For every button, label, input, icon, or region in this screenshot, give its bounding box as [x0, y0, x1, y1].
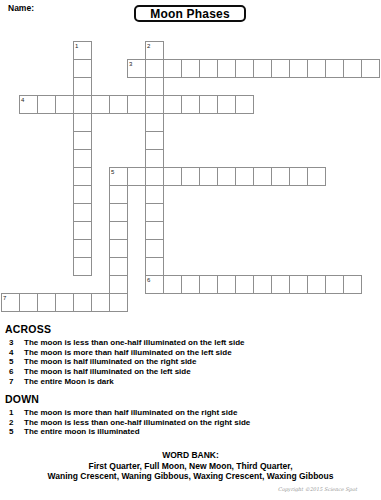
grid-cell[interactable]: [163, 275, 182, 294]
across-header: ACROSS: [5, 323, 244, 335]
grid-cell[interactable]: [217, 275, 236, 294]
grid-cell[interactable]: [145, 185, 164, 204]
grid-cell[interactable]: [181, 95, 200, 114]
word-bank-line-2: Waning Crescent, Waning Gibbous, Waxing …: [0, 471, 381, 481]
grid-cell[interactable]: [181, 167, 200, 186]
down-clues-section: DOWN 1The moon is more than half illumin…: [5, 393, 250, 437]
grid-cell[interactable]: [127, 95, 146, 114]
clue-text: The moon is more than half illuminated o…: [24, 408, 237, 418]
grid-cell[interactable]: [145, 239, 164, 258]
clue-number: 5: [5, 427, 24, 437]
grid-cell[interactable]: [235, 59, 254, 78]
copyright-footer: Copyright ©2015 Science Spot: [278, 487, 357, 492]
grid-cell[interactable]: [199, 167, 218, 186]
grid-cell[interactable]: [325, 59, 344, 78]
grid-cell[interactable]: [145, 95, 164, 114]
grid-cell[interactable]: [73, 77, 92, 96]
grid-cell[interactable]: [109, 221, 128, 240]
grid-cell[interactable]: [235, 275, 254, 294]
grid-cell[interactable]: [73, 293, 92, 312]
clue-text: The moon is half illuminated on the righ…: [24, 357, 196, 367]
cell-number: 3: [129, 61, 132, 67]
grid-cell[interactable]: [109, 203, 128, 222]
grid-cell[interactable]: [253, 59, 272, 78]
grid-cell[interactable]: [235, 167, 254, 186]
cell-number: 6: [147, 277, 150, 283]
grid-cell[interactable]: [73, 185, 92, 204]
word-bank: WORD BANK: First Quarter, Full Moon, New…: [0, 450, 381, 481]
cell-number: 5: [111, 169, 114, 175]
title-box: Moon Phases: [134, 5, 246, 22]
grid-cell[interactable]: [253, 167, 272, 186]
grid-cell[interactable]: [289, 167, 308, 186]
clue-row: 1The moon is more than half illuminated …: [5, 408, 250, 418]
grid-cell[interactable]: [217, 59, 236, 78]
grid-cell[interactable]: [73, 95, 92, 114]
across-clues-section: ACROSS 3The moon is less than one-half i…: [5, 323, 244, 387]
grid-cell[interactable]: [271, 275, 290, 294]
grid-cell[interactable]: [361, 59, 380, 78]
grid-cell[interactable]: [289, 59, 308, 78]
grid-cell[interactable]: [199, 275, 218, 294]
grid-cell[interactable]: [145, 77, 164, 96]
grid-cell[interactable]: [145, 167, 164, 186]
grid-cell[interactable]: [37, 95, 56, 114]
grid-cell[interactable]: [163, 167, 182, 186]
grid-cell[interactable]: [307, 275, 326, 294]
page-title: Moon Phases: [150, 7, 230, 21]
grid-cell[interactable]: [217, 167, 236, 186]
grid-cell[interactable]: [91, 293, 110, 312]
grid-cell[interactable]: [145, 149, 164, 168]
grid-cell[interactable]: [55, 293, 74, 312]
word-bank-header: WORD BANK:: [0, 450, 381, 461]
grid-cell[interactable]: [181, 59, 200, 78]
clue-row: 5The entire moon is illuminated: [5, 427, 250, 437]
down-header: DOWN: [5, 393, 250, 405]
grid-cell[interactable]: [163, 95, 182, 114]
grid-cell[interactable]: [73, 113, 92, 132]
grid-cell[interactable]: [307, 59, 326, 78]
grid-cell[interactable]: [109, 293, 128, 312]
grid-cell[interactable]: [73, 149, 92, 168]
clue-text: The entire moon is illuminated: [24, 427, 140, 437]
grid-cell[interactable]: [163, 59, 182, 78]
grid-cell[interactable]: [73, 203, 92, 222]
cell-number: 4: [21, 97, 24, 103]
grid-cell[interactable]: [199, 59, 218, 78]
grid-cell[interactable]: [73, 221, 92, 240]
grid-cell[interactable]: [19, 293, 38, 312]
grid-cell[interactable]: [145, 203, 164, 222]
grid-cell[interactable]: [145, 131, 164, 150]
grid-cell[interactable]: [109, 95, 128, 114]
clue-row: 3The moon is less than one-half illumina…: [5, 338, 244, 348]
clue-row: 6The moon is half illuminated on the lef…: [5, 367, 244, 377]
grid-cell[interactable]: [217, 95, 236, 114]
grid-cell[interactable]: [73, 257, 92, 276]
grid-cell[interactable]: [73, 239, 92, 258]
clue-number: 5: [5, 357, 24, 367]
worksheet-page: { "game": "crossword", "title": "Moon Ph…: [0, 0, 381, 500]
clue-number: 7: [5, 377, 24, 387]
grid-cell[interactable]: [127, 167, 146, 186]
grid-cell[interactable]: [55, 95, 74, 114]
clue-number: 1: [5, 408, 24, 418]
grid-cell[interactable]: [307, 167, 326, 186]
grid-cell[interactable]: [73, 59, 92, 78]
clue-row: 7The entire Moon is dark: [5, 377, 244, 387]
clue-number: 2: [5, 418, 24, 428]
grid-cell[interactable]: [253, 275, 272, 294]
grid-cell[interactable]: [289, 275, 308, 294]
word-bank-line-1: First Quarter, Full Moon, New Moon, Thir…: [0, 461, 381, 471]
grid-cell[interactable]: [109, 185, 128, 204]
grid-cell[interactable]: [181, 275, 200, 294]
clue-row: 4The moon is more than half illuminated …: [5, 348, 244, 358]
grid-cell[interactable]: [145, 221, 164, 240]
clue-number: 6: [5, 367, 24, 377]
grid-cell[interactable]: [109, 275, 128, 294]
grid-cell[interactable]: [109, 257, 128, 276]
grid-cell[interactable]: [73, 167, 92, 186]
cell-number: 7: [3, 295, 6, 301]
grid-cell[interactable]: [73, 131, 92, 150]
grid-cell[interactable]: [271, 59, 290, 78]
clue-text: The entire Moon is dark: [24, 377, 114, 387]
grid-cell[interactable]: [37, 293, 56, 312]
grid-cell[interactable]: [145, 59, 164, 78]
cell-number: 2: [147, 43, 150, 49]
clue-row: 5The moon is half illuminated on the rig…: [5, 357, 244, 367]
crossword-grid: 1234567: [1, 41, 380, 313]
across-clue-list: 3The moon is less than one-half illumina…: [5, 338, 244, 387]
grid-cell[interactable]: [235, 95, 254, 114]
grid-cell[interactable]: [343, 275, 362, 294]
down-clue-list: 1The moon is more than half illuminated …: [5, 408, 250, 437]
clue-text: The moon is less than one-half illuminat…: [24, 338, 244, 348]
clue-number: 4: [5, 348, 24, 358]
grid-cell[interactable]: [91, 95, 110, 114]
clue-number: 3: [5, 338, 24, 348]
clue-text: The moon is less than one-half illuminat…: [24, 418, 250, 428]
name-label: Name:: [8, 3, 34, 13]
grid-cell[interactable]: [343, 59, 362, 78]
grid-cell[interactable]: [145, 257, 164, 276]
cell-number: 1: [75, 43, 78, 49]
grid-cell[interactable]: [271, 167, 290, 186]
grid-cell[interactable]: [109, 239, 128, 258]
grid-cell[interactable]: [145, 113, 164, 132]
clue-text: The moon is half illuminated on the left…: [24, 367, 191, 377]
grid-cell[interactable]: [199, 95, 218, 114]
clue-text: The moon is more than half illuminated o…: [24, 348, 232, 358]
grid-cell[interactable]: [325, 275, 344, 294]
clue-row: 2The moon is less than one-half illumina…: [5, 418, 250, 428]
